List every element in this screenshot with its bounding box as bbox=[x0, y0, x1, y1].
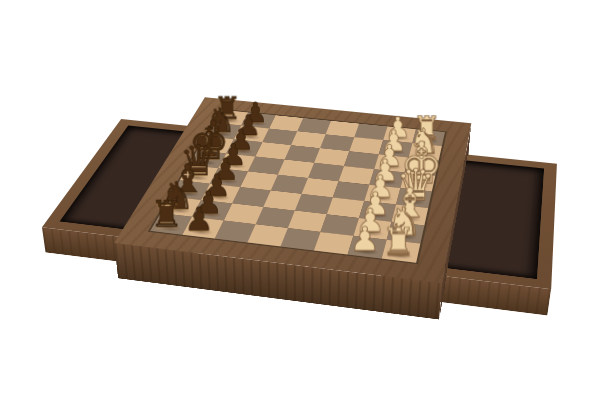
brass-clasp-icon bbox=[83, 172, 90, 190]
piece-wP: ♟ bbox=[350, 224, 380, 256]
chess-box-assembly: ♜♟♟♜♞♟♟♞♝♟♟♝♚♟♟♚♛♟♟♛♝♟♟♝♞♟♟♞♜♟♟♜ bbox=[0, 29, 600, 400]
piece-wR: ♜ bbox=[382, 223, 416, 259]
piece-anchor: ♟ bbox=[183, 217, 223, 237]
square bbox=[314, 232, 354, 255]
square bbox=[271, 175, 308, 194]
box-right-face bbox=[439, 123, 471, 319]
square bbox=[248, 156, 285, 174]
chess-box-top: ♜♟♟♜♞♟♟♞♝♟♟♝♚♟♟♚♛♟♟♛♝♟♟♝♞♟♟♞♜♟♟♜ bbox=[114, 97, 471, 283]
square bbox=[295, 194, 333, 214]
board-grid: ♜♟♟♜♞♟♟♞♝♟♟♝♚♟♟♚♛♟♟♛♝♟♟♝♞♟♟♞♜♟♟♜ bbox=[150, 110, 444, 263]
brass-clasp-icon bbox=[552, 223, 554, 243]
square bbox=[247, 224, 287, 246]
square: ♜ bbox=[382, 240, 421, 263]
scene: ♜♟♟♜♞♟♟♞♝♟♟♝♚♟♟♚♛♟♟♛♝♟♟♝♞♟♟♞♜♟♟♜ bbox=[0, 0, 600, 400]
product-photo-stage: Overhead product photo on a white backgr… bbox=[0, 0, 600, 400]
square bbox=[308, 163, 344, 182]
square bbox=[288, 211, 327, 232]
drawer-right-outer-face bbox=[547, 164, 557, 316]
piece-bR: ♜ bbox=[151, 197, 184, 232]
piece-anchor: ♜ bbox=[382, 238, 421, 262]
piece-bP: ♟ bbox=[185, 205, 214, 236]
drawer-left-outer-face bbox=[42, 119, 123, 252]
